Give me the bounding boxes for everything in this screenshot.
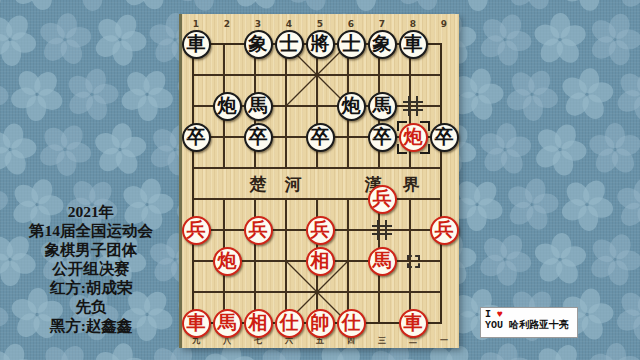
piece-red-soldier-f3r6[interactable]: 兵 <box>244 216 273 245</box>
last-move-from-marker <box>403 96 423 116</box>
piece-red-chariot-f8r9[interactable]: 車 <box>399 309 428 338</box>
piece-black-soldier-f9r3[interactable]: 卒 <box>430 123 459 152</box>
piece-black-soldier-f5r3[interactable]: 卒 <box>306 123 335 152</box>
piece-black-cannon-f2r2[interactable]: 炮 <box>213 92 242 121</box>
piece-black-cannon-f6r2[interactable]: 炮 <box>337 92 366 121</box>
file-label-top-1: 1 <box>193 19 199 29</box>
piece-black-soldier-f7r3[interactable]: 卒 <box>368 123 397 152</box>
watermark: I ♥ YOU 哈利路亚十亮 <box>480 307 578 338</box>
piece-red-general-f5r9[interactable]: 帥 <box>306 309 335 338</box>
piece-red-elephant-f5r7[interactable]: 相 <box>306 247 335 276</box>
piece-red-horse-f7r7[interactable]: 馬 <box>368 247 397 276</box>
file-label-bottom-9: 一 <box>440 335 448 346</box>
piece-red-soldier-f7r5[interactable]: 兵 <box>368 185 397 214</box>
caption-line-red-player: 红方:胡成荣 <box>0 278 182 297</box>
piece-red-elephant-f3r9[interactable]: 相 <box>244 309 273 338</box>
piece-red-soldier-f1r6[interactable]: 兵 <box>182 216 211 245</box>
piece-black-soldier-f1r3[interactable]: 卒 <box>182 123 211 152</box>
piece-black-soldier-f3r3[interactable]: 卒 <box>244 123 273 152</box>
last-move-from-marker <box>372 220 392 240</box>
piece-black-horse-f7r2[interactable]: 馬 <box>368 92 397 121</box>
piece-red-cannon-f8r3[interactable]: 炮 <box>399 123 428 152</box>
piece-black-advisor-f4r0[interactable]: 士 <box>275 30 304 59</box>
piece-black-general-f5r0[interactable]: 將 <box>306 30 335 59</box>
piece-red-cannon-f2r7[interactable]: 炮 <box>213 247 242 276</box>
piece-black-elephant-f7r0[interactable]: 象 <box>368 30 397 59</box>
heart-icon: ♥ <box>497 309 503 320</box>
event-caption: 2021年 第14届全国运动会 象棋男子团体 公开组决赛 红方:胡成荣 先负 黑… <box>0 202 182 335</box>
file-label-bottom-7: 三 <box>378 335 386 346</box>
watermark-line2: YOU 哈利路亚十亮 <box>485 320 577 332</box>
caption-line-result: 先负 <box>0 297 182 316</box>
piece-black-horse-f3r2[interactable]: 馬 <box>244 92 273 121</box>
move-origin-marker <box>407 255 420 268</box>
piece-red-soldier-f9r6[interactable]: 兵 <box>430 216 459 245</box>
piece-red-advisor-f4r9[interactable]: 仕 <box>275 309 304 338</box>
river-text-left-1: 河 <box>285 173 302 196</box>
piece-black-elephant-f3r0[interactable]: 象 <box>244 30 273 59</box>
river-text-right-1: 界 <box>403 173 420 196</box>
piece-red-advisor-f6r9[interactable]: 仕 <box>337 309 366 338</box>
file-label-top-7: 7 <box>379 19 385 29</box>
piece-black-advisor-f6r0[interactable]: 士 <box>337 30 366 59</box>
piece-red-horse-f2r9[interactable]: 馬 <box>213 309 242 338</box>
file-label-top-6: 6 <box>348 19 354 29</box>
watermark-line1: I ♥ <box>485 310 577 320</box>
file-label-top-2: 2 <box>224 19 230 29</box>
caption-line-year: 2021年 <box>0 202 182 221</box>
piece-black-chariot-f1r0[interactable]: 車 <box>182 30 211 59</box>
caption-line-category: 象棋男子团体 <box>0 240 182 259</box>
piece-red-chariot-f1r9[interactable]: 車 <box>182 309 211 338</box>
caption-line-event: 第14届全国运动会 <box>0 221 182 240</box>
file-label-top-5: 5 <box>317 19 323 29</box>
file-label-top-3: 3 <box>255 19 261 29</box>
file-label-top-8: 8 <box>410 19 416 29</box>
file-label-top-9: 9 <box>441 19 447 29</box>
screenshot-stage: 2021年 第14届全国运动会 象棋男子团体 公开组决赛 红方:胡成荣 先负 黑… <box>0 0 640 360</box>
river-text-left-0: 楚 <box>250 173 267 196</box>
file-label-top-4: 4 <box>286 19 292 29</box>
piece-red-soldier-f5r6[interactable]: 兵 <box>306 216 335 245</box>
caption-line-black-player: 黑方:赵鑫鑫 <box>0 316 182 335</box>
board: 123456789九八七六五四三二一楚河漢界車象士將士象車炮馬炮馬卒卒卒卒卒炮兵… <box>179 14 459 348</box>
piece-black-chariot-f8r0[interactable]: 車 <box>399 30 428 59</box>
caption-line-stage: 公开组决赛 <box>0 259 182 278</box>
